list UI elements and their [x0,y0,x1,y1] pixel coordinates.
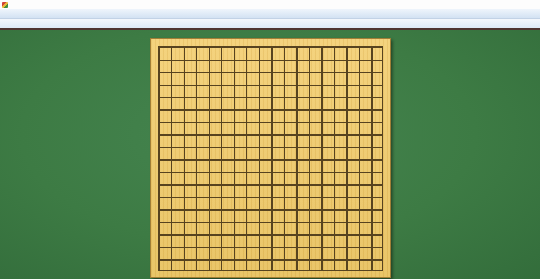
app-icon [2,2,8,8]
menu-bar [0,19,540,28]
app-window [0,0,540,279]
toolbar [0,9,540,19]
go-board[interactable] [150,38,391,278]
row-labels-right [393,39,409,277]
column-labels [152,30,390,38]
board-area [0,30,540,279]
row-labels-left [128,39,146,277]
title-bar [0,0,540,9]
board-grid [152,39,390,277]
